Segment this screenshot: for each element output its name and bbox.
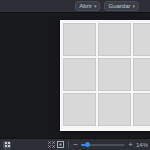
caret-down-icon: ▾: [132, 4, 135, 9]
actual-size-button[interactable]: [56, 140, 65, 149]
caret-down-icon: ▾: [94, 4, 97, 9]
grid-cell-r2c3[interactable]: [133, 58, 150, 91]
open-menu-label: Abrir: [79, 3, 92, 9]
grid-cell-r2c1[interactable]: [63, 58, 96, 91]
save-menu-label: Guardar: [108, 3, 130, 9]
zoom-in-button[interactable]: +: [127, 141, 134, 149]
zoom-slider[interactable]: [81, 140, 125, 149]
fit-to-screen-button[interactable]: [47, 140, 56, 149]
grid-cell-r3c1[interactable]: [63, 93, 96, 126]
grid-layout-button[interactable]: [3, 141, 11, 149]
fit-to-screen-icon: [48, 141, 55, 148]
actual-size-icon: [57, 141, 64, 148]
toolbar-divider: [68, 141, 69, 148]
top-toolbar: Abrir ▾ Guardar ▾: [0, 0, 150, 13]
grid-cell-r2c2[interactable]: [98, 58, 131, 91]
grid-cell-r3c3[interactable]: [133, 93, 150, 126]
zoom-slider-handle[interactable]: [85, 142, 90, 147]
grid-cell-r1c3[interactable]: [133, 23, 150, 56]
grid-cell-r1c1[interactable]: [63, 23, 96, 56]
bottom-toolbar: − + 14%: [0, 138, 150, 150]
grid-cell-r1c2[interactable]: [98, 23, 131, 56]
grid-cell-r3c2[interactable]: [98, 93, 131, 126]
open-menu-button[interactable]: Abrir ▾: [75, 1, 100, 11]
game-board: [60, 20, 150, 131]
grid-icon: [5, 142, 10, 147]
zoom-out-button[interactable]: −: [72, 141, 79, 149]
app-window: Abrir ▾ Guardar ▾: [0, 0, 150, 150]
zoom-percent-label: 14%: [134, 142, 148, 148]
editor-canvas[interactable]: [0, 14, 150, 138]
save-menu-button[interactable]: Guardar ▾: [104, 1, 139, 11]
